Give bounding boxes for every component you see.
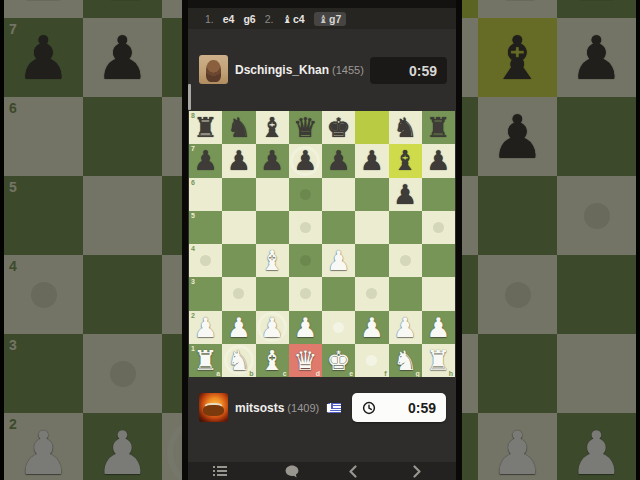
rank-label-7: 7 xyxy=(191,145,195,152)
clock-time: 0:59 xyxy=(408,400,436,416)
square-c6[interactable] xyxy=(256,178,289,211)
move-number: 2. xyxy=(265,13,274,25)
square-a6[interactable]: 6 xyxy=(189,178,222,211)
square-c7[interactable]: ♟ xyxy=(256,144,289,177)
square-f1[interactable]: f xyxy=(355,344,388,377)
player-row: mitsosts(1409) 0:59 xyxy=(188,393,456,423)
square-f2[interactable]: ♟ xyxy=(355,311,388,344)
black-bishop[interactable]: ♝ xyxy=(260,114,284,141)
right-black-band xyxy=(456,0,462,480)
current-move[interactable]: ♝g7 xyxy=(314,12,347,26)
square-h3[interactable] xyxy=(422,277,455,310)
square-f7[interactable]: ♟ xyxy=(355,144,388,177)
file-label-d: d xyxy=(316,370,320,377)
file-label-c: c xyxy=(283,370,287,377)
square-a4[interactable]: 4 xyxy=(189,244,222,277)
square-d6[interactable] xyxy=(289,178,322,211)
white-bishop[interactable]: ♝ xyxy=(260,247,284,274)
square-g8[interactable]: ♞ xyxy=(389,111,422,144)
square-f4[interactable] xyxy=(355,244,388,277)
black-pawn[interactable]: ♟ xyxy=(194,147,218,174)
square-c5[interactable] xyxy=(256,211,289,244)
square-e5[interactable] xyxy=(322,211,355,244)
white-pawn[interactable]: ♟ xyxy=(260,314,284,341)
file-label-g: g xyxy=(415,370,419,377)
square-e2[interactable] xyxy=(322,311,355,344)
player-name[interactable]: mitsosts(1409) xyxy=(235,401,341,415)
black-pawn[interactable]: ♟ xyxy=(293,147,317,174)
square-h6[interactable] xyxy=(422,178,455,211)
square-b7[interactable]: ♟ xyxy=(222,144,255,177)
white-pawn[interactable]: ♟ xyxy=(293,314,317,341)
move-c4[interactable]: ♝c4 xyxy=(282,13,304,25)
player-rating: (1409) xyxy=(287,402,319,414)
square-e3[interactable] xyxy=(322,277,355,310)
black-knight[interactable]: ♞ xyxy=(227,114,251,141)
white-queen[interactable]: ♛ xyxy=(293,347,317,374)
white-pawn[interactable]: ♟ xyxy=(426,314,450,341)
square-e1[interactable]: e♚ xyxy=(322,344,355,377)
black-pawn[interactable]: ♟ xyxy=(327,147,351,174)
file-label-e: e xyxy=(349,370,353,377)
black-pawn[interactable]: ♟ xyxy=(393,181,417,208)
move-list-bar[interactable]: 1.e4g62.♝c4♝g7 xyxy=(188,8,456,29)
rank-label-1: 1 xyxy=(191,345,195,352)
white-rook[interactable]: ♜ xyxy=(426,347,450,374)
avatar[interactable] xyxy=(199,55,228,84)
rank-label-3: 3 xyxy=(191,278,195,285)
square-f5[interactable] xyxy=(355,211,388,244)
move-g6[interactable]: g6 xyxy=(243,13,255,25)
square-d7[interactable]: ♟ xyxy=(289,144,322,177)
white-bishop[interactable]: ♝ xyxy=(260,347,284,374)
move-e4[interactable]: e4 xyxy=(223,13,235,25)
chat-icon[interactable] xyxy=(285,465,299,477)
square-g2[interactable]: ♟ xyxy=(389,311,422,344)
square-b1[interactable]: b♞ xyxy=(222,344,255,377)
chess-board[interactable]: 8♜♞♝♛♚♞♜7♟♟♟♟♟♟♝♟6♟54♝♟32♟♟♟♟♟♟♟1a♜b♞c♝d… xyxy=(189,111,455,377)
square-e6[interactable] xyxy=(322,178,355,211)
square-a8[interactable]: 8♜ xyxy=(189,111,222,144)
rank-label-5: 5 xyxy=(191,212,195,219)
file-label-h: h xyxy=(449,370,453,377)
square-d1[interactable]: d♛ xyxy=(289,344,322,377)
scrollbar-thumb[interactable] xyxy=(188,84,191,110)
white-pawn[interactable]: ♟ xyxy=(194,314,218,341)
square-b5[interactable] xyxy=(222,211,255,244)
white-pawn[interactable]: ♟ xyxy=(227,314,251,341)
player-name[interactable]: Dschingis_Khan(1455) xyxy=(235,63,385,77)
square-a2[interactable]: 2♟ xyxy=(189,311,222,344)
square-b2[interactable]: ♟ xyxy=(222,311,255,344)
black-queen[interactable]: ♛ xyxy=(293,114,317,141)
app-screen: 1.e4g62.♝c4♝g7 Dschingis_Khan(1455) 0:59… xyxy=(188,0,456,480)
opponent-row: Dschingis_Khan(1455) 0:59 xyxy=(188,55,456,85)
square-d5[interactable] xyxy=(289,211,322,244)
player-clock: 0:59 xyxy=(352,393,446,422)
status-strip xyxy=(188,0,456,8)
move-number: 1. xyxy=(205,13,214,25)
greece-flag xyxy=(328,403,341,413)
black-pawn[interactable]: ♟ xyxy=(360,147,384,174)
white-pawn[interactable]: ♟ xyxy=(393,314,417,341)
square-f8[interactable] xyxy=(355,111,388,144)
square-d3[interactable] xyxy=(289,277,322,310)
clock-time: 0:59 xyxy=(409,63,437,79)
square-a3[interactable]: 3 xyxy=(189,277,222,310)
rank-label-8: 8 xyxy=(191,112,195,119)
black-rook[interactable]: ♜ xyxy=(194,114,218,141)
square-c4[interactable]: ♝ xyxy=(256,244,289,277)
square-d2[interactable]: ♟ xyxy=(289,311,322,344)
square-a5[interactable]: 5 xyxy=(189,211,222,244)
square-c1[interactable]: c♝ xyxy=(256,344,289,377)
black-pawn[interactable]: ♟ xyxy=(426,147,450,174)
bishop-icon: ♝ xyxy=(282,13,291,25)
black-bishop[interactable]: ♝ xyxy=(393,147,417,174)
avatar[interactable] xyxy=(199,393,228,422)
square-g7[interactable]: ♝ xyxy=(389,144,422,177)
square-a7[interactable]: 7♟ xyxy=(189,144,222,177)
square-b6[interactable] xyxy=(222,178,255,211)
black-king[interactable]: ♚ xyxy=(327,114,351,141)
square-c3[interactable] xyxy=(256,277,289,310)
black-rook[interactable]: ♜ xyxy=(426,114,450,141)
moves-list-icon[interactable] xyxy=(213,465,227,477)
square-c8[interactable]: ♝ xyxy=(256,111,289,144)
white-pawn[interactable]: ♟ xyxy=(327,247,351,274)
square-g1[interactable]: g♞ xyxy=(389,344,422,377)
square-b8[interactable]: ♞ xyxy=(222,111,255,144)
file-label-b: b xyxy=(249,370,253,377)
white-rook[interactable]: ♜ xyxy=(194,347,218,374)
square-f6[interactable] xyxy=(355,178,388,211)
square-h7[interactable]: ♟ xyxy=(422,144,455,177)
clock-icon xyxy=(362,401,376,415)
white-knight[interactable]: ♞ xyxy=(393,347,417,374)
square-a1[interactable]: 1a♜ xyxy=(189,344,222,377)
video-frame: 8♜♞♝♛♚♞♜7♟♟♟♟♟♟♝♟6♟54♝♟32♟♟♟♟♟♟♟1a♜b♞c♝d… xyxy=(0,0,640,480)
rank-label-4: 4 xyxy=(191,245,195,252)
previous-move-icon[interactable] xyxy=(348,465,362,477)
square-e4[interactable]: ♟ xyxy=(322,244,355,277)
bottom-toolbar xyxy=(188,462,456,480)
square-b4[interactable] xyxy=(222,244,255,277)
black-pawn[interactable]: ♟ xyxy=(260,147,284,174)
white-king[interactable]: ♚ xyxy=(327,347,351,374)
square-h4[interactable] xyxy=(422,244,455,277)
square-h1[interactable]: h♜ xyxy=(422,344,455,377)
square-e7[interactable]: ♟ xyxy=(322,144,355,177)
file-label-a: a xyxy=(216,370,220,377)
square-c2[interactable]: ♟ xyxy=(256,311,289,344)
player-rating: (1455) xyxy=(332,64,364,76)
black-pawn[interactable]: ♟ xyxy=(227,147,251,174)
opponent-clock: 0:59 xyxy=(370,57,447,84)
square-h2[interactable]: ♟ xyxy=(422,311,455,344)
square-g3[interactable] xyxy=(389,277,422,310)
next-move-icon[interactable] xyxy=(412,465,426,477)
square-g6[interactable]: ♟ xyxy=(389,178,422,211)
square-e8[interactable]: ♚ xyxy=(322,111,355,144)
square-b3[interactable] xyxy=(222,277,255,310)
file-label-f: f xyxy=(384,370,386,377)
white-pawn[interactable]: ♟ xyxy=(360,314,384,341)
square-d4[interactable] xyxy=(289,244,322,277)
black-knight[interactable]: ♞ xyxy=(393,114,417,141)
rank-label-2: 2 xyxy=(191,312,195,319)
rank-label-6: 6 xyxy=(191,179,195,186)
white-knight[interactable]: ♞ xyxy=(227,347,251,374)
bishop-icon: ♝ xyxy=(319,13,328,25)
square-d8[interactable]: ♛ xyxy=(289,111,322,144)
square-h5[interactable] xyxy=(422,211,455,244)
square-h8[interactable]: ♜ xyxy=(422,111,455,144)
square-f3[interactable] xyxy=(355,277,388,310)
square-g5[interactable] xyxy=(389,211,422,244)
square-g4[interactable] xyxy=(389,244,422,277)
